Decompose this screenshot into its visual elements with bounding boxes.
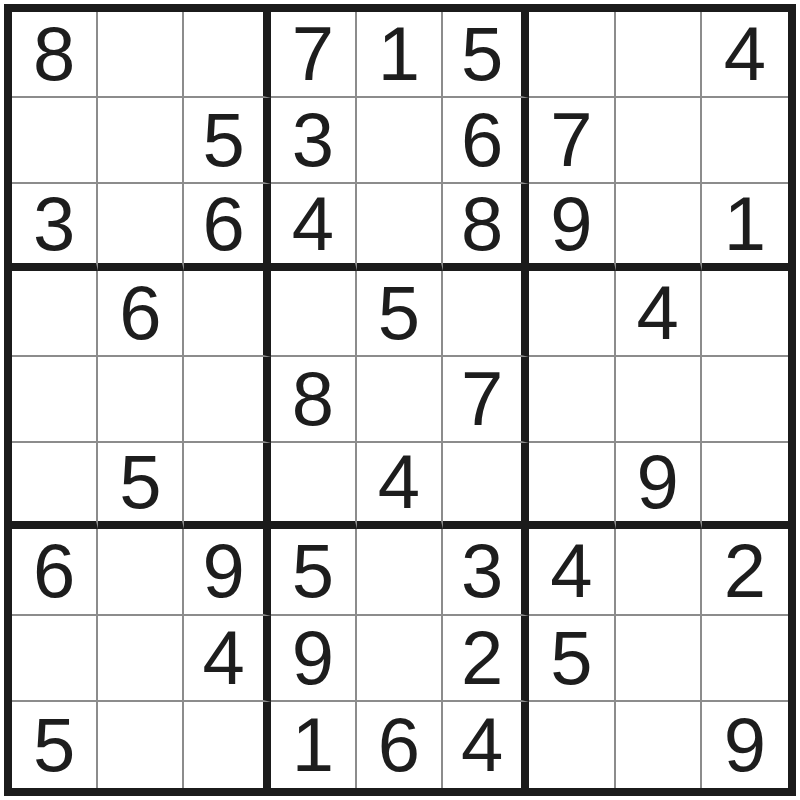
cell-r8c3[interactable]: 4 xyxy=(184,616,270,702)
cell-r2c7[interactable]: 7 xyxy=(529,98,615,184)
cell-r2c1[interactable] xyxy=(12,98,98,184)
cell-r5c6[interactable]: 7 xyxy=(443,357,529,443)
cell-r3c7[interactable]: 9 xyxy=(529,184,615,270)
cell-r5c2[interactable] xyxy=(98,357,184,443)
given-digit: 6 xyxy=(33,533,75,609)
cell-r8c2[interactable] xyxy=(98,616,184,702)
cell-r8c7[interactable]: 5 xyxy=(529,616,615,702)
cell-r6c8[interactable]: 9 xyxy=(616,443,702,529)
cell-r4c7[interactable] xyxy=(529,271,615,357)
cell-r5c7[interactable] xyxy=(529,357,615,443)
cell-r4c9[interactable] xyxy=(702,271,788,357)
cell-r6c9[interactable] xyxy=(702,443,788,529)
given-digit: 5 xyxy=(292,533,334,609)
cell-r4c6[interactable] xyxy=(443,271,529,357)
cell-r1c5[interactable]: 1 xyxy=(357,12,443,98)
cell-r2c4[interactable]: 3 xyxy=(271,98,357,184)
cell-r1c1[interactable]: 8 xyxy=(12,12,98,98)
given-digit: 3 xyxy=(33,186,75,262)
cell-r3c5[interactable] xyxy=(357,184,443,270)
cell-r6c5[interactable]: 4 xyxy=(357,443,443,529)
cell-r3c2[interactable] xyxy=(98,184,184,270)
given-digit: 5 xyxy=(33,707,75,783)
given-digit: 5 xyxy=(378,275,420,351)
cell-r6c2[interactable]: 5 xyxy=(98,443,184,529)
cell-r6c1[interactable] xyxy=(12,443,98,529)
sudoku-board: 87154536736489165487549695342492551649 xyxy=(4,4,796,796)
cell-r9c4[interactable]: 1 xyxy=(271,702,357,788)
cell-r7c6[interactable]: 3 xyxy=(443,529,529,615)
given-digit: 7 xyxy=(461,361,503,437)
given-digit: 6 xyxy=(202,186,244,262)
given-digit: 4 xyxy=(724,16,766,92)
cell-r7c8[interactable] xyxy=(616,529,702,615)
cell-r1c4[interactable]: 7 xyxy=(271,12,357,98)
cell-r6c3[interactable] xyxy=(184,443,270,529)
cell-r9c6[interactable]: 4 xyxy=(443,702,529,788)
given-digit: 3 xyxy=(292,102,334,178)
cell-r7c4[interactable]: 5 xyxy=(271,529,357,615)
cell-r9c1[interactable]: 5 xyxy=(12,702,98,788)
cell-r9c3[interactable] xyxy=(184,702,270,788)
cell-r7c2[interactable] xyxy=(98,529,184,615)
cell-r8c4[interactable]: 9 xyxy=(271,616,357,702)
given-digit: 8 xyxy=(33,16,75,92)
cell-r4c5[interactable]: 5 xyxy=(357,271,443,357)
cell-r1c8[interactable] xyxy=(616,12,702,98)
given-digit: 5 xyxy=(550,620,592,696)
cell-r9c9[interactable]: 9 xyxy=(702,702,788,788)
given-digit: 7 xyxy=(550,102,592,178)
given-digit: 4 xyxy=(378,444,420,520)
cell-r5c5[interactable] xyxy=(357,357,443,443)
given-digit: 1 xyxy=(724,186,766,262)
cell-r2c8[interactable] xyxy=(616,98,702,184)
cell-r8c5[interactable] xyxy=(357,616,443,702)
given-digit: 6 xyxy=(461,102,503,178)
cell-r2c9[interactable] xyxy=(702,98,788,184)
given-digit: 8 xyxy=(292,361,334,437)
cell-r3c9[interactable]: 1 xyxy=(702,184,788,270)
cell-r2c3[interactable]: 5 xyxy=(184,98,270,184)
cell-r4c4[interactable] xyxy=(271,271,357,357)
cell-r8c6[interactable]: 2 xyxy=(443,616,529,702)
cell-r3c3[interactable]: 6 xyxy=(184,184,270,270)
cell-r7c3[interactable]: 9 xyxy=(184,529,270,615)
given-digit: 3 xyxy=(461,533,503,609)
cell-r1c3[interactable] xyxy=(184,12,270,98)
cell-r8c1[interactable] xyxy=(12,616,98,702)
given-digit: 4 xyxy=(202,620,244,696)
given-digit: 6 xyxy=(378,707,420,783)
cell-r6c6[interactable] xyxy=(443,443,529,529)
given-digit: 1 xyxy=(292,707,334,783)
cell-r2c5[interactable] xyxy=(357,98,443,184)
cell-r9c5[interactable]: 6 xyxy=(357,702,443,788)
given-digit: 5 xyxy=(461,16,503,92)
cell-r5c1[interactable] xyxy=(12,357,98,443)
given-digit: 9 xyxy=(202,533,244,609)
cell-r9c8[interactable] xyxy=(616,702,702,788)
cell-r7c9[interactable]: 2 xyxy=(702,529,788,615)
cell-r5c3[interactable] xyxy=(184,357,270,443)
cell-r7c1[interactable]: 6 xyxy=(12,529,98,615)
given-digit: 9 xyxy=(637,444,679,520)
given-digit: 2 xyxy=(724,533,766,609)
given-digit: 4 xyxy=(292,186,334,262)
cell-r1c2[interactable] xyxy=(98,12,184,98)
cell-r5c8[interactable] xyxy=(616,357,702,443)
cell-r3c6[interactable]: 8 xyxy=(443,184,529,270)
given-digit: 2 xyxy=(461,620,503,696)
cell-r4c1[interactable] xyxy=(12,271,98,357)
cell-r6c7[interactable] xyxy=(529,443,615,529)
cell-r5c9[interactable] xyxy=(702,357,788,443)
given-digit: 6 xyxy=(119,275,161,351)
given-digit: 4 xyxy=(550,533,592,609)
cell-r4c8[interactable]: 4 xyxy=(616,271,702,357)
cell-r8c8[interactable] xyxy=(616,616,702,702)
cell-r1c7[interactable] xyxy=(529,12,615,98)
given-digit: 7 xyxy=(292,16,334,92)
cell-r9c7[interactable] xyxy=(529,702,615,788)
cell-r3c4[interactable]: 4 xyxy=(271,184,357,270)
cell-r4c3[interactable] xyxy=(184,271,270,357)
cell-r7c7[interactable]: 4 xyxy=(529,529,615,615)
given-digit: 4 xyxy=(461,707,503,783)
cell-r7c5[interactable] xyxy=(357,529,443,615)
cell-r5c4[interactable]: 8 xyxy=(271,357,357,443)
cell-r2c2[interactable] xyxy=(98,98,184,184)
cell-r2c6[interactable]: 6 xyxy=(443,98,529,184)
given-digit: 5 xyxy=(119,444,161,520)
cell-r6c4[interactable] xyxy=(271,443,357,529)
given-digit: 9 xyxy=(724,707,766,783)
cell-r3c1[interactable]: 3 xyxy=(12,184,98,270)
cell-r8c9[interactable] xyxy=(702,616,788,702)
given-digit: 8 xyxy=(461,186,503,262)
sudoku-page: 87154536736489165487549695342492551649 xyxy=(0,0,800,800)
cell-r1c9[interactable]: 4 xyxy=(702,12,788,98)
cell-r3c8[interactable] xyxy=(616,184,702,270)
cell-r9c2[interactable] xyxy=(98,702,184,788)
given-digit: 4 xyxy=(637,275,679,351)
cell-r1c6[interactable]: 5 xyxy=(443,12,529,98)
given-digit: 9 xyxy=(292,620,334,696)
given-digit: 1 xyxy=(378,16,420,92)
given-digit: 5 xyxy=(202,102,244,178)
given-digit: 9 xyxy=(550,186,592,262)
cell-r4c2[interactable]: 6 xyxy=(98,271,184,357)
